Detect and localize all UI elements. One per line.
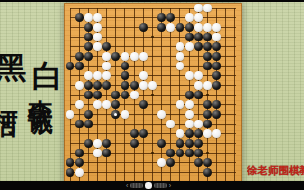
white-stone-c5-r11 — [102, 100, 111, 109]
black-stone-c2-r2 — [75, 13, 84, 22]
black-stone-c3-r4 — [84, 33, 93, 42]
white-stone-c1-r12 — [66, 110, 75, 119]
black-stone-c6-r10 — [111, 91, 120, 100]
black-stone-c6-r6 — [111, 52, 120, 61]
black-stone-c12-r16 — [166, 149, 175, 158]
black-stone-c9-r11 — [139, 100, 148, 109]
black-stone-c1-r18 — [66, 168, 75, 177]
black-stone-c16-r6 — [203, 52, 212, 61]
black-stone-c14-r15 — [185, 139, 194, 148]
black-stone-c7-r7 — [121, 62, 130, 71]
last-move-marker — [114, 113, 117, 116]
black-stone-c17-r7 — [212, 62, 221, 71]
grid-line-vertical — [225, 8, 226, 183]
letterbox-top — [0, 0, 304, 2]
white-stone-c14-r5 — [185, 42, 194, 51]
white-stone-c7-r12 — [121, 110, 130, 119]
black-stone-c16-r17 — [203, 158, 212, 167]
black-stone-c8-r9 — [130, 81, 139, 90]
black-stone-c13-r15 — [176, 139, 185, 148]
black-stone-c2-r17 — [75, 158, 84, 167]
black-stone-c4-r9 — [93, 81, 102, 90]
white-stone-c12-r3 — [166, 23, 175, 32]
black-player-name: 柯洁 — [0, 86, 17, 92]
black-stone-c5-r15 — [102, 139, 111, 148]
black-stone-c16-r13 — [203, 120, 212, 129]
black-stone-c14-r3 — [185, 23, 194, 32]
white-stone-c11-r17 — [157, 158, 166, 167]
black-stone-c17-r5 — [212, 42, 221, 51]
white-stone-c4-r5 — [93, 42, 102, 51]
white-stone-c16-r3 — [203, 23, 212, 32]
grid-line-vertical — [234, 8, 235, 183]
black-stone-c14-r14 — [185, 129, 194, 138]
black-stone-c3-r3 — [84, 23, 93, 32]
video-frame: 黑 柯洁 白 李钦诚 徐老师围棋教室 ‹ › — [0, 0, 304, 190]
white-stone-c3-r8 — [84, 71, 93, 80]
watermark-text: 徐老师围棋教室 — [247, 164, 304, 177]
black-stone-c15-r4 — [194, 33, 203, 42]
white-stone-c15-r13 — [194, 120, 203, 129]
black-stone-c3-r15 — [84, 139, 93, 148]
black-stone-c15-r14 — [194, 129, 203, 138]
black-stone-c6-r11 — [111, 100, 120, 109]
white-stone-c9-r8 — [139, 71, 148, 80]
black-stone-c3-r10 — [84, 91, 93, 100]
white-stone-c13-r6 — [176, 52, 185, 61]
white-stone-c4-r2 — [93, 13, 102, 22]
black-stone-c2-r16 — [75, 149, 84, 158]
black-stone-c14-r16 — [185, 149, 194, 158]
white-stone-c14-r13 — [185, 120, 194, 129]
white-stone-c16-r1 — [203, 4, 212, 13]
black-stone-c5-r9 — [102, 81, 111, 90]
white-stone-c14-r2 — [185, 13, 194, 22]
white-stone-c5-r6 — [102, 52, 111, 61]
white-stone-c14-r8 — [185, 71, 194, 80]
black-stone-c16-r18 — [203, 168, 212, 177]
white-stone-c13-r11 — [176, 100, 185, 109]
black-stone-c3-r12 — [84, 110, 93, 119]
white-stone-c13-r14 — [176, 129, 185, 138]
black-stone-c3-r6 — [84, 52, 93, 61]
white-stone-c3-r2 — [84, 13, 93, 22]
white-stone-c7-r6 — [121, 52, 130, 61]
white-stone-c2-r18 — [75, 168, 84, 177]
black-stone-c17-r12 — [212, 110, 221, 119]
white-stone-c8-r10 — [130, 91, 139, 100]
white-stone-c9-r9 — [139, 81, 148, 90]
white-stone-c4-r8 — [93, 71, 102, 80]
black-stone-c2-r13 — [75, 120, 84, 129]
white-stone-c4-r4 — [93, 33, 102, 42]
progress-segment-left[interactable] — [130, 183, 143, 188]
playback-controls: ‹ › — [126, 182, 171, 189]
black-stone-c12-r17 — [166, 158, 175, 167]
white-stone-c17-r4 — [212, 33, 221, 42]
black-stone-c2-r7 — [75, 62, 84, 71]
black-stone-c8-r15 — [130, 139, 139, 148]
black-stone-c3-r9 — [84, 81, 93, 90]
white-stone-c15-r2 — [194, 13, 203, 22]
black-stone-c7-r10 — [121, 91, 130, 100]
white-stone-c11-r12 — [157, 110, 166, 119]
black-stone-c2-r6 — [75, 52, 84, 61]
white-stone-c4-r16 — [93, 149, 102, 158]
black-stone-c14-r4 — [185, 33, 194, 42]
black-stone-c17-r9 — [212, 81, 221, 90]
black-stone-c3-r13 — [84, 120, 93, 129]
black-stone-c11-r3 — [157, 23, 166, 32]
black-stone-c7-r9 — [121, 81, 130, 90]
white-stone-c15-r8 — [194, 71, 203, 80]
white-stone-c2-r9 — [75, 81, 84, 90]
prev-icon[interactable]: ‹ — [126, 182, 128, 189]
black-stone-c15-r15 — [194, 139, 203, 148]
black-stone-c4-r10 — [93, 91, 102, 100]
white-stone-c2-r11 — [75, 100, 84, 109]
white-stone-c4-r15 — [93, 139, 102, 148]
black-stone-c3-r5 — [84, 42, 93, 51]
black-stone-c7-r8 — [121, 71, 130, 80]
white-stone-c12-r13 — [166, 120, 175, 129]
white-stone-c13-r5 — [176, 42, 185, 51]
white-player-name: 李钦诚 — [28, 80, 53, 92]
white-stone-c13-r7 — [176, 62, 185, 71]
black-stone-c15-r5 — [194, 42, 203, 51]
black-stone-c16-r11 — [203, 100, 212, 109]
black-stone-c13-r16 — [176, 149, 185, 158]
go-board — [64, 3, 242, 186]
black-stone-c16-r4 — [203, 33, 212, 42]
black-stone-c16-r7 — [203, 62, 212, 71]
white-stone-c10-r9 — [148, 81, 157, 90]
black-stone-c11-r2 — [157, 13, 166, 22]
progress-segment-right[interactable] — [154, 183, 167, 188]
black-stone-c17-r11 — [212, 100, 221, 109]
black-stone-c8-r14 — [130, 129, 139, 138]
black-stone-c15-r16 — [194, 149, 203, 158]
white-stone-c14-r11 — [185, 100, 194, 109]
white-stone-c5-r7 — [102, 62, 111, 71]
black-stone-c9-r3 — [139, 23, 148, 32]
white-stone-c16-r9 — [203, 81, 212, 90]
black-stone-c12-r2 — [166, 13, 175, 22]
white-stone-c15-r9 — [194, 81, 203, 90]
black-stone-c1-r17 — [66, 158, 75, 167]
white-stone-c9-r6 — [139, 52, 148, 61]
white-stone-c4-r3 — [93, 23, 102, 32]
black-stone-c17-r8 — [212, 71, 221, 80]
black-stone-c16-r12 — [203, 110, 212, 119]
black-stone-c17-r6 — [212, 52, 221, 61]
black-stone-c1-r7 — [66, 62, 75, 71]
next-icon[interactable]: › — [169, 182, 171, 189]
white-stone-c4-r11 — [93, 100, 102, 109]
black-stone-c15-r10 — [194, 91, 203, 100]
white-stone-c17-r3 — [212, 23, 221, 32]
black-stone-c15-r17 — [194, 158, 203, 167]
white-stone-c8-r6 — [130, 52, 139, 61]
black-stone-c9-r14 — [139, 129, 148, 138]
black-stone-c5-r16 — [102, 149, 111, 158]
black-stone-c16-r5 — [203, 42, 212, 51]
white-stone-c17-r14 — [212, 129, 221, 138]
grid-line-vertical — [161, 8, 162, 183]
black-stone-c11-r15 — [157, 139, 166, 148]
play-toggle-knob[interactable] — [145, 182, 152, 189]
white-stone-c5-r8 — [102, 71, 111, 80]
black-stone-c5-r5 — [102, 42, 111, 51]
black-stone-c6-r12 — [111, 110, 120, 119]
black-stone-c13-r3 — [176, 23, 185, 32]
white-stone-c16-r14 — [203, 129, 212, 138]
white-stone-c14-r12 — [185, 110, 194, 119]
white-stone-c15-r1 — [194, 4, 203, 13]
white-stone-c15-r3 — [194, 23, 203, 32]
black-stone-c14-r10 — [185, 91, 194, 100]
